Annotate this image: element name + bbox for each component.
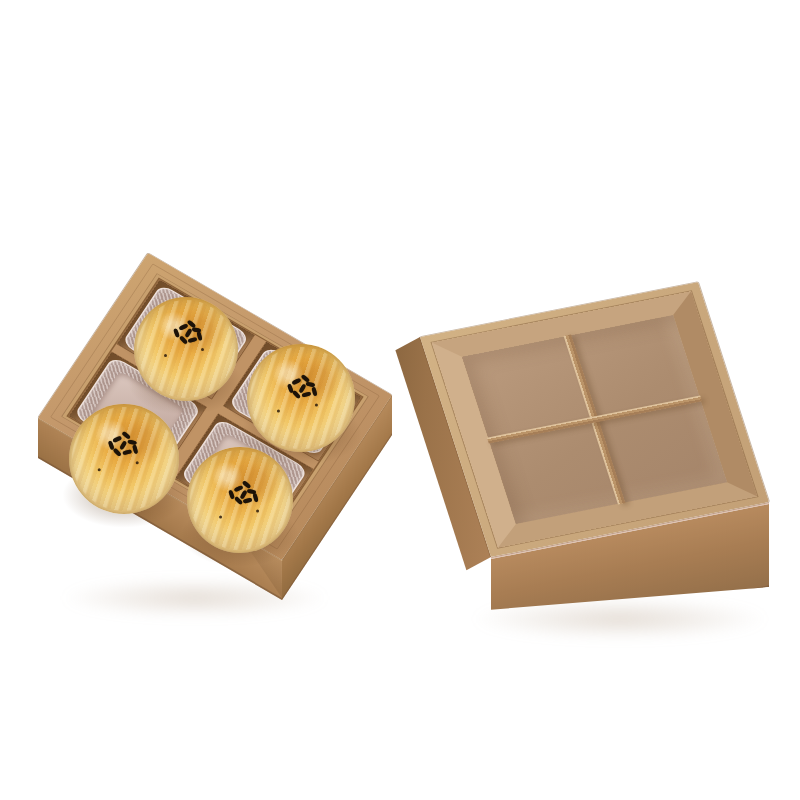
sesame-seed [113,435,123,442]
sesame-dot [164,354,167,357]
sesame-dot [219,516,222,519]
sesame-dot [277,410,280,413]
sesame-dot [315,403,318,406]
sesame-dot [136,461,139,464]
pastry-top [134,297,238,401]
sesame-seed [292,378,302,385]
sesame-dot [98,468,101,471]
sesame-cluster [66,407,176,517]
sesame-seed [302,391,312,397]
sesame-seed [188,336,198,342]
product-photo [0,0,800,800]
sesame-cluster [134,297,238,401]
sesame-seed [311,386,317,396]
sesame-cluster [188,458,294,564]
pastry-layer [0,0,800,800]
sesame-seed [233,484,243,491]
sesame-seed [197,332,203,342]
pastry-right [247,344,355,452]
sesame-seed [252,493,258,503]
sesame-cluster [246,350,354,458]
sesame-seed [132,444,138,454]
pastry-front [187,447,293,553]
sesame-dot [201,348,204,351]
pastry-left [69,404,179,514]
sesame-seed [242,481,251,490]
sesame-dot [256,510,259,513]
sesame-seed [123,449,133,455]
sesame-seed [119,441,127,451]
sesame-seed [243,498,253,504]
